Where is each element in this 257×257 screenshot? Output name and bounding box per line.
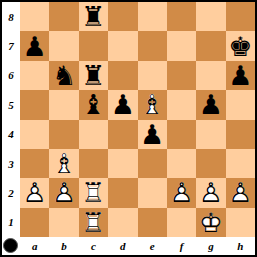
- piece-outline-layer: ♙: [167, 178, 196, 207]
- square-b6[interactable]: ♞: [49, 61, 78, 90]
- square-a3[interactable]: [20, 149, 49, 178]
- square-f3[interactable]: [167, 149, 196, 178]
- square-b7[interactable]: [49, 31, 78, 60]
- piece-white-king[interactable]: ♚♔: [196, 208, 225, 237]
- square-d2[interactable]: [108, 178, 137, 207]
- piece-black-pawn[interactable]: ♟: [108, 90, 137, 119]
- square-d3[interactable]: [108, 149, 137, 178]
- rank-label-3: 3: [2, 149, 20, 178]
- square-c6[interactable]: ♜: [79, 61, 108, 90]
- square-a5[interactable]: [20, 90, 49, 119]
- square-e6[interactable]: [138, 61, 167, 90]
- square-d1[interactable]: [108, 208, 137, 237]
- square-c4[interactable]: [79, 120, 108, 149]
- rank-label-6: 6: [2, 61, 20, 90]
- file-label-e: e: [138, 237, 167, 255]
- square-d5[interactable]: ♟: [108, 90, 137, 119]
- piece-outline-layer: ♖: [79, 178, 108, 207]
- square-f8[interactable]: [167, 2, 196, 31]
- square-b4[interactable]: [49, 120, 78, 149]
- square-g8[interactable]: [196, 2, 225, 31]
- square-h8[interactable]: [226, 2, 255, 31]
- piece-black-rook[interactable]: ♜: [79, 61, 108, 90]
- square-g1[interactable]: ♚♔: [196, 208, 225, 237]
- file-label-h: h: [226, 237, 255, 255]
- rank-label-2: 2: [2, 178, 20, 207]
- piece-black-king[interactable]: ♚: [226, 31, 255, 60]
- square-a1[interactable]: [20, 208, 49, 237]
- square-c2[interactable]: ♜♖: [79, 178, 108, 207]
- square-d8[interactable]: [108, 2, 137, 31]
- square-f6[interactable]: [167, 61, 196, 90]
- square-a8[interactable]: [20, 2, 49, 31]
- square-f2[interactable]: ♟♙: [167, 178, 196, 207]
- square-d6[interactable]: [108, 61, 137, 90]
- square-c7[interactable]: [79, 31, 108, 60]
- piece-white-bishop[interactable]: ♝♗: [138, 90, 167, 119]
- square-b2[interactable]: ♟♙: [49, 178, 78, 207]
- square-b8[interactable]: [49, 2, 78, 31]
- file-label-a: a: [20, 237, 49, 255]
- piece-white-pawn[interactable]: ♟♙: [167, 178, 196, 207]
- black-to-move-indicator: [3, 238, 18, 253]
- square-h5[interactable]: [226, 90, 255, 119]
- piece-white-rook[interactable]: ♜♖: [79, 208, 108, 237]
- square-e1[interactable]: [138, 208, 167, 237]
- piece-outline-layer: ♗: [49, 149, 78, 178]
- file-label-g: g: [196, 237, 225, 255]
- piece-black-pawn[interactable]: ♟: [138, 120, 167, 149]
- square-e3[interactable]: [138, 149, 167, 178]
- square-c5[interactable]: ♝: [79, 90, 108, 119]
- piece-black-bishop[interactable]: ♝: [79, 90, 108, 119]
- square-g4[interactable]: [196, 120, 225, 149]
- piece-outline-layer: ♔: [196, 208, 225, 237]
- file-label-f: f: [167, 237, 196, 255]
- piece-black-knight[interactable]: ♞: [49, 61, 78, 90]
- piece-white-pawn[interactable]: ♟♙: [196, 178, 225, 207]
- square-h3[interactable]: [226, 149, 255, 178]
- square-e7[interactable]: [138, 31, 167, 60]
- piece-outline-layer: ♙: [196, 178, 225, 207]
- piece-black-pawn[interactable]: ♟: [226, 61, 255, 90]
- rank-labels: 87654321: [2, 2, 20, 237]
- square-f4[interactable]: [167, 120, 196, 149]
- square-a2[interactable]: ♟♙: [20, 178, 49, 207]
- piece-outline-layer: ♙: [226, 178, 255, 207]
- file-label-c: c: [79, 237, 108, 255]
- piece-outline-layer: ♗: [138, 90, 167, 119]
- rank-label-4: 4: [2, 120, 20, 149]
- square-c3[interactable]: [79, 149, 108, 178]
- chess-diagram: 87654321 ♜♟♚♞♜♟♝♟♝♗♟♟♝♗♟♙♟♙♜♖♟♙♟♙♟♙♜♖♚♔ …: [0, 0, 257, 257]
- file-labels: abcdefgh: [20, 237, 255, 255]
- square-b5[interactable]: [49, 90, 78, 119]
- rank-label-7: 7: [2, 31, 20, 60]
- rank-label-8: 8: [2, 2, 20, 31]
- square-g6[interactable]: [196, 61, 225, 90]
- square-g2[interactable]: ♟♙: [196, 178, 225, 207]
- rank-label-1: 1: [2, 208, 20, 237]
- square-e8[interactable]: [138, 2, 167, 31]
- piece-outline-layer: ♙: [49, 178, 78, 207]
- piece-white-bishop[interactable]: ♝♗: [49, 149, 78, 178]
- piece-white-pawn[interactable]: ♟♙: [226, 178, 255, 207]
- piece-white-pawn[interactable]: ♟♙: [49, 178, 78, 207]
- piece-outline-layer: ♖: [79, 208, 108, 237]
- square-e2[interactable]: [138, 178, 167, 207]
- square-a6[interactable]: [20, 61, 49, 90]
- square-h2[interactable]: ♟♙: [226, 178, 255, 207]
- square-b1[interactable]: [49, 208, 78, 237]
- square-a4[interactable]: [20, 120, 49, 149]
- square-h7[interactable]: ♚: [226, 31, 255, 60]
- square-g3[interactable]: [196, 149, 225, 178]
- square-h4[interactable]: [226, 120, 255, 149]
- file-label-d: d: [108, 237, 137, 255]
- square-e4[interactable]: ♟: [138, 120, 167, 149]
- piece-white-rook[interactable]: ♜♖: [79, 178, 108, 207]
- square-h1[interactable]: [226, 208, 255, 237]
- square-g5[interactable]: ♟: [196, 90, 225, 119]
- piece-outline-layer: ♙: [20, 178, 49, 207]
- square-f5[interactable]: [167, 90, 196, 119]
- piece-white-pawn[interactable]: ♟♙: [20, 178, 49, 207]
- square-e5[interactable]: ♝♗: [138, 90, 167, 119]
- square-b3[interactable]: ♝♗: [49, 149, 78, 178]
- square-c8[interactable]: ♜: [79, 2, 108, 31]
- square-d4[interactable]: [108, 120, 137, 149]
- square-g7[interactable]: [196, 31, 225, 60]
- square-h6[interactable]: ♟: [226, 61, 255, 90]
- piece-black-pawn[interactable]: ♟: [196, 90, 225, 119]
- square-c1[interactable]: ♜♖: [79, 208, 108, 237]
- chess-board[interactable]: ♜♟♚♞♜♟♝♟♝♗♟♟♝♗♟♙♟♙♜♖♟♙♟♙♟♙♜♖♚♔: [20, 2, 255, 237]
- piece-black-pawn[interactable]: ♟: [20, 31, 49, 60]
- file-label-b: b: [49, 237, 78, 255]
- square-f1[interactable]: [167, 208, 196, 237]
- square-a7[interactable]: ♟: [20, 31, 49, 60]
- rank-label-5: 5: [2, 90, 20, 119]
- square-d7[interactable]: [108, 31, 137, 60]
- square-f7[interactable]: [167, 31, 196, 60]
- piece-black-rook[interactable]: ♜: [79, 2, 108, 31]
